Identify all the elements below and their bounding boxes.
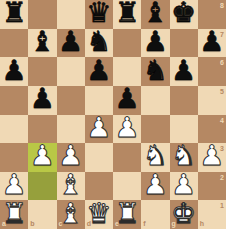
piece-black-pawn-c7[interactable]: ♟ <box>58 28 83 56</box>
coordinate-rank-1: 1 <box>220 202 224 209</box>
coordinate-rank-2: 2 <box>220 174 224 181</box>
square-b7[interactable]: ♝ <box>28 29 56 58</box>
square-a4[interactable] <box>0 115 28 144</box>
square-c5[interactable] <box>57 86 85 115</box>
square-f5[interactable] <box>141 86 169 115</box>
square-c7[interactable]: ♟ <box>57 29 85 58</box>
square-a8[interactable]: ♜ <box>0 0 28 29</box>
piece-white-rook-a1[interactable]: ♜ <box>2 200 27 228</box>
piece-white-knight-f3[interactable]: ♞ <box>143 142 168 170</box>
square-h1[interactable]: 1h <box>198 200 226 229</box>
square-h3[interactable]: 3♟ <box>198 143 226 172</box>
square-g6[interactable]: ♟ <box>170 57 198 86</box>
piece-black-bishop-b7[interactable]: ♝ <box>30 28 55 56</box>
piece-white-pawn-e4[interactable]: ♟ <box>115 114 140 142</box>
square-h5[interactable]: 5 <box>198 86 226 115</box>
piece-white-pawn-d4[interactable]: ♟ <box>86 114 111 142</box>
square-h2[interactable]: 2 <box>198 172 226 201</box>
piece-black-pawn-e5[interactable]: ♟ <box>115 85 140 113</box>
coordinate-file-f: f <box>143 220 145 227</box>
piece-white-pawn-f2[interactable]: ♟ <box>143 171 168 199</box>
piece-white-pawn-c3[interactable]: ♟ <box>58 142 83 170</box>
piece-white-bishop-c2[interactable]: ♝ <box>58 171 83 199</box>
coordinate-file-b: b <box>30 220 34 227</box>
piece-black-pawn-g6[interactable]: ♟ <box>171 57 196 85</box>
square-a5[interactable] <box>0 86 28 115</box>
square-g1[interactable]: g♚ <box>170 200 198 229</box>
coordinate-rank-8: 8 <box>220 2 224 9</box>
piece-white-rook-e1[interactable]: ♜ <box>115 200 140 228</box>
square-f2[interactable]: ♟ <box>141 172 169 201</box>
piece-black-pawn-b5[interactable]: ♟ <box>30 85 55 113</box>
square-b5[interactable]: ♟ <box>28 86 56 115</box>
piece-white-pawn-a2[interactable]: ♟ <box>2 171 27 199</box>
square-b2-lastmove-highlight[interactable] <box>28 172 56 201</box>
square-e3[interactable] <box>113 143 141 172</box>
coordinate-rank-5: 5 <box>220 88 224 95</box>
piece-white-pawn-h3[interactable]: ♟ <box>199 142 224 170</box>
piece-white-queen-d1[interactable]: ♛ <box>86 200 111 228</box>
square-e1[interactable]: e♜ <box>113 200 141 229</box>
square-c6[interactable] <box>57 57 85 86</box>
coordinate-rank-6: 6 <box>220 59 224 66</box>
piece-black-knight-d7[interactable]: ♞ <box>86 28 111 56</box>
square-e7[interactable] <box>113 29 141 58</box>
chess-board: ♜♛♜♝♚8♝♟♞♟7♟♟♟♞♟6♟♟5♟♟4♟♟♞♞3♟♟♝♟♟2a♜bc♝d… <box>0 0 226 229</box>
piece-white-pawn-g2[interactable]: ♟ <box>171 171 196 199</box>
square-b3-lastmove-highlight[interactable]: ♟ <box>28 143 56 172</box>
square-c1[interactable]: c♝ <box>57 200 85 229</box>
piece-black-pawn-d6[interactable]: ♟ <box>86 57 111 85</box>
square-h6[interactable]: 6 <box>198 57 226 86</box>
square-d3[interactable] <box>85 143 113 172</box>
square-d6[interactable]: ♟ <box>85 57 113 86</box>
square-f1[interactable]: f <box>141 200 169 229</box>
square-d4[interactable]: ♟ <box>85 115 113 144</box>
square-a6[interactable]: ♟ <box>0 57 28 86</box>
square-e4[interactable]: ♟ <box>113 115 141 144</box>
piece-black-rook-e8[interactable]: ♜ <box>115 0 140 27</box>
square-d1[interactable]: d♛ <box>85 200 113 229</box>
coordinate-rank-4: 4 <box>220 117 224 124</box>
piece-white-knight-g3[interactable]: ♞ <box>171 142 196 170</box>
piece-black-bishop-f8[interactable]: ♝ <box>143 0 168 27</box>
square-a1[interactable]: a♜ <box>0 200 28 229</box>
coordinate-file-h: h <box>200 220 204 227</box>
piece-black-pawn-h7[interactable]: ♟ <box>199 28 224 56</box>
piece-white-bishop-c1[interactable]: ♝ <box>58 200 83 228</box>
piece-black-pawn-a6[interactable]: ♟ <box>2 57 27 85</box>
piece-black-pawn-f7[interactable]: ♟ <box>143 28 168 56</box>
square-b1[interactable]: b <box>28 200 56 229</box>
piece-black-queen-d8[interactable]: ♛ <box>86 0 111 27</box>
piece-black-king-g8[interactable]: ♚ <box>171 0 196 27</box>
piece-white-pawn-b3[interactable]: ♟ <box>30 142 55 170</box>
piece-white-king-g1[interactable]: ♚ <box>171 200 196 228</box>
square-h7[interactable]: 7♟ <box>198 29 226 58</box>
piece-black-knight-f6[interactable]: ♞ <box>143 57 168 85</box>
piece-black-rook-a8[interactable]: ♜ <box>2 0 27 27</box>
square-g8[interactable]: ♚ <box>170 0 198 29</box>
square-e8[interactable]: ♜ <box>113 0 141 29</box>
square-f6[interactable]: ♞ <box>141 57 169 86</box>
square-g5[interactable] <box>170 86 198 115</box>
